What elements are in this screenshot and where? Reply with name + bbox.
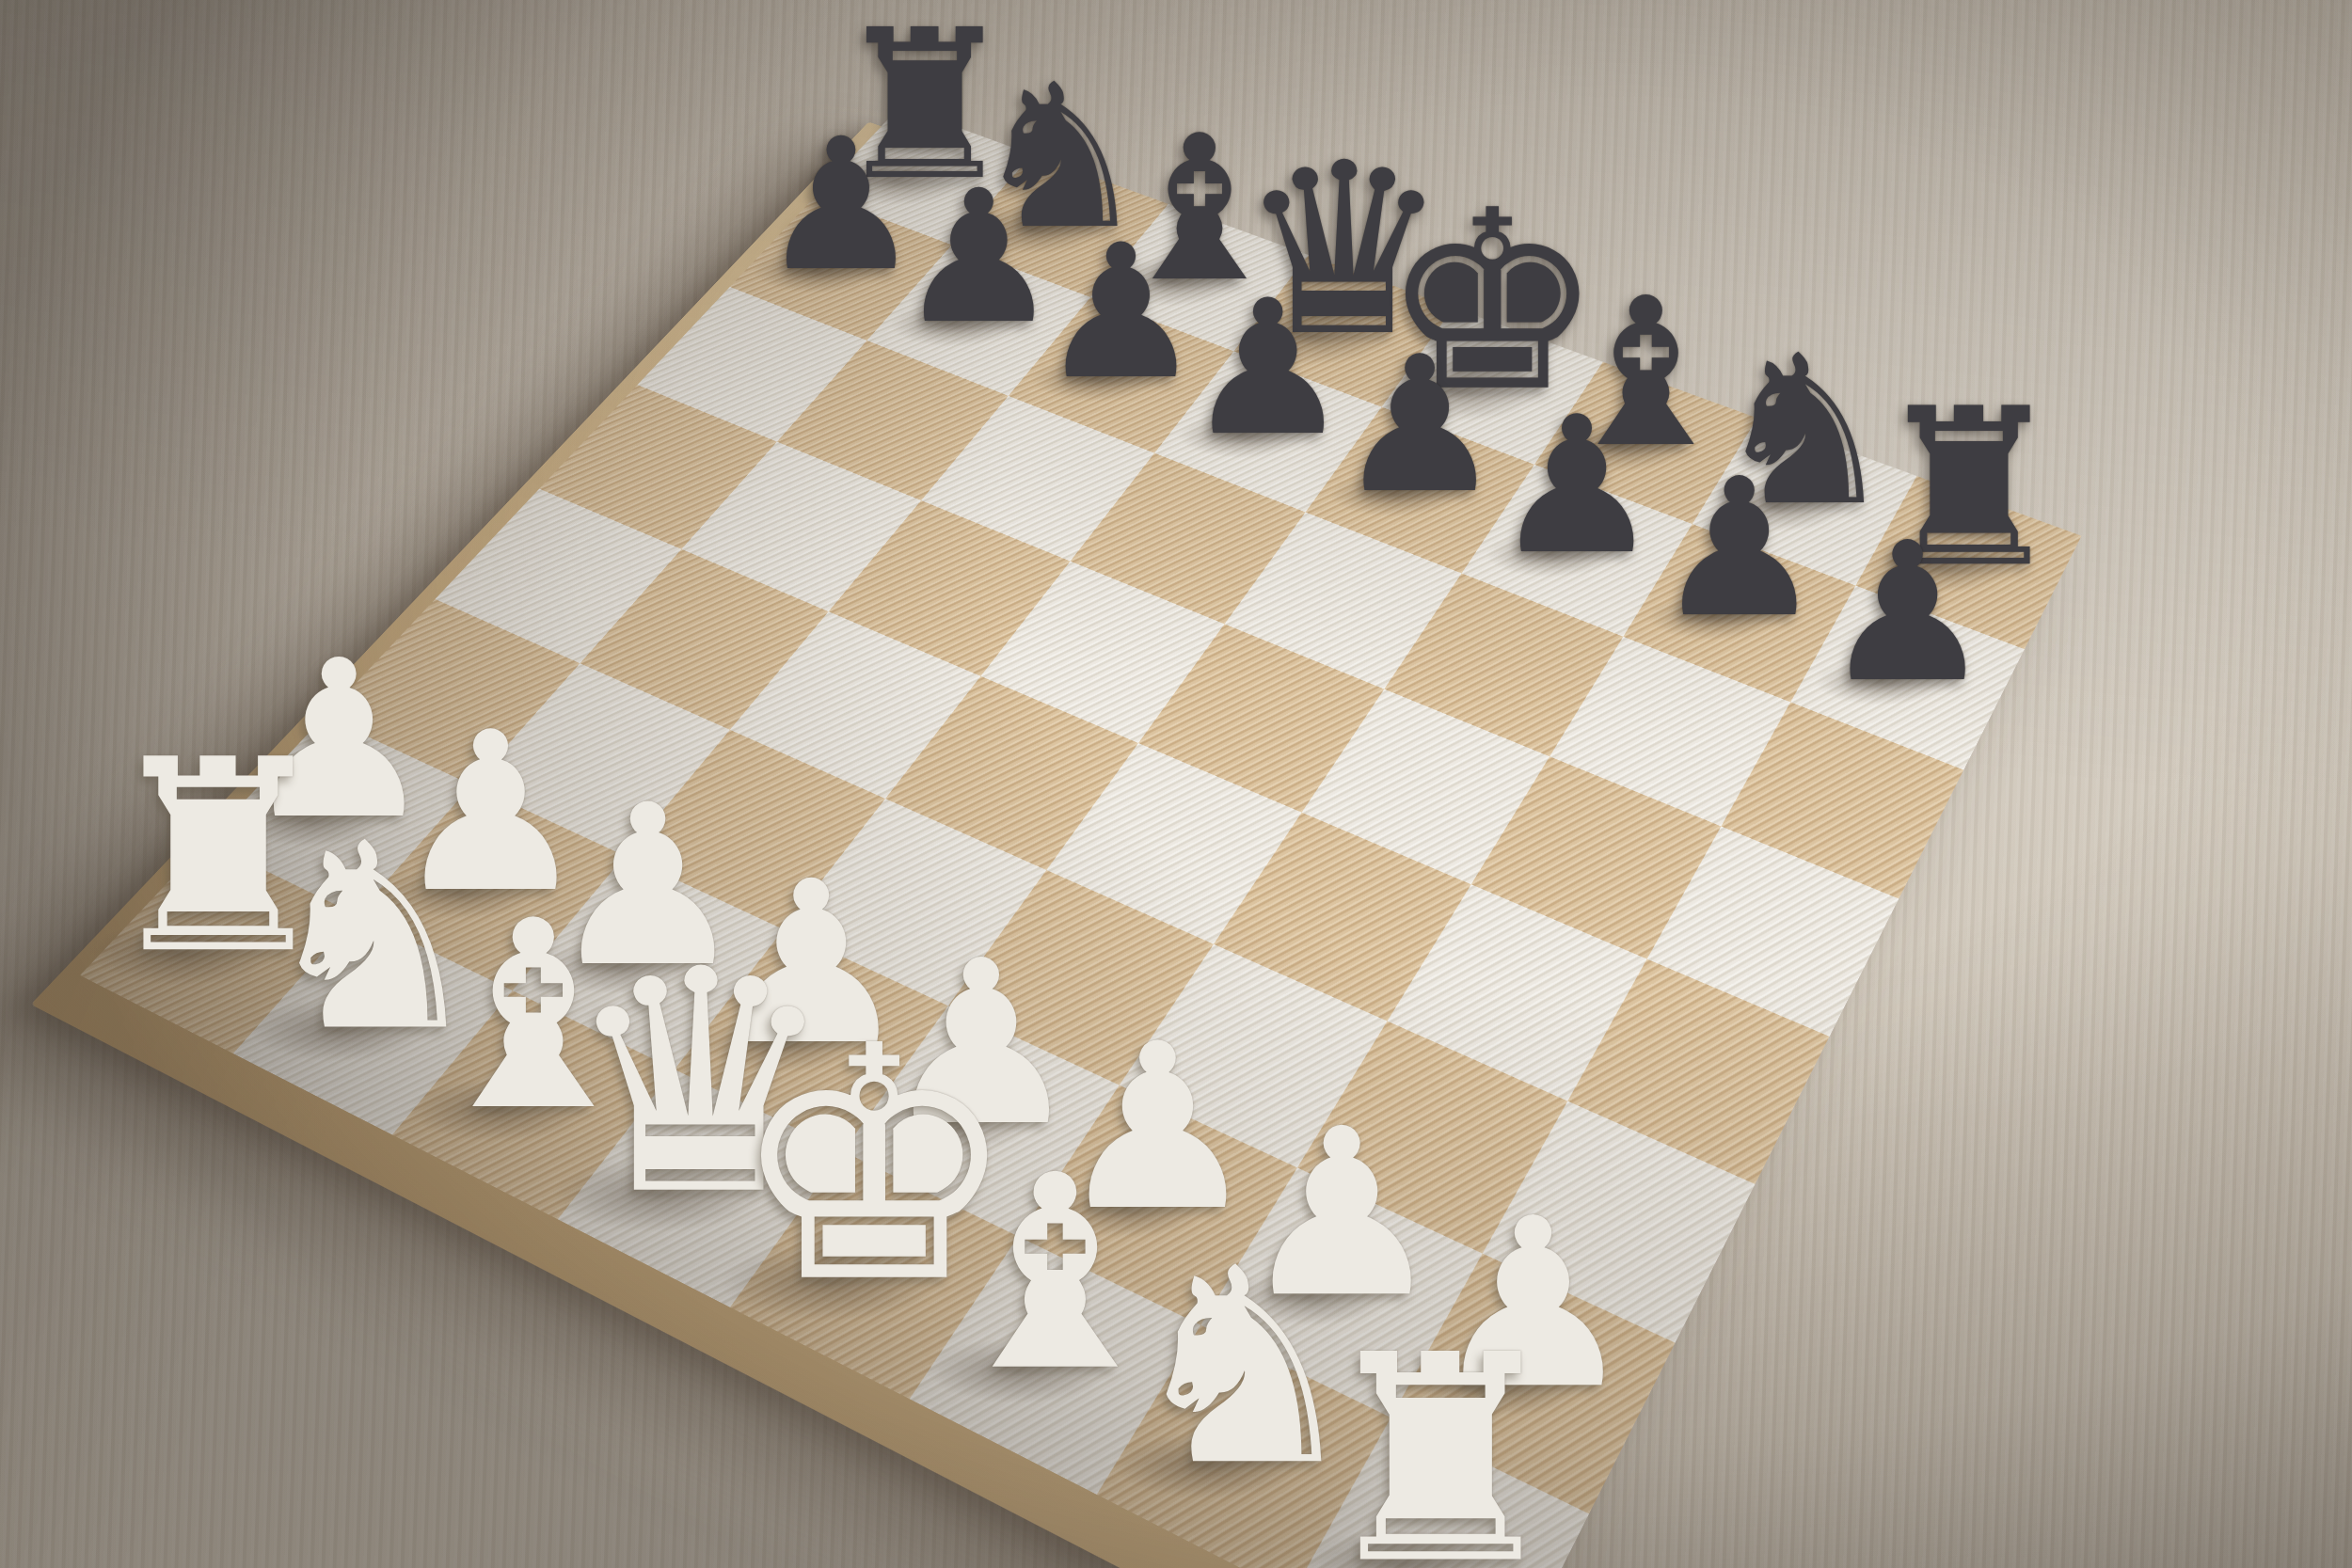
square-b2 — [357, 785, 625, 991]
square-e2 — [843, 1006, 1120, 1236]
square-f2 — [1018, 1085, 1297, 1325]
square-d2 — [675, 929, 948, 1151]
square-e4 — [1046, 743, 1301, 944]
square-c2 — [513, 856, 784, 1069]
square-f4 — [1214, 813, 1471, 1022]
square-d3 — [784, 799, 1047, 1006]
chess-photo-page: { "game": { "name": "chess", "scene": "O… — [0, 0, 2352, 1568]
square-h1 — [1292, 1418, 1589, 1568]
square-g4 — [1388, 884, 1647, 1101]
square-g2 — [1200, 1167, 1483, 1418]
square-c3 — [625, 730, 885, 929]
